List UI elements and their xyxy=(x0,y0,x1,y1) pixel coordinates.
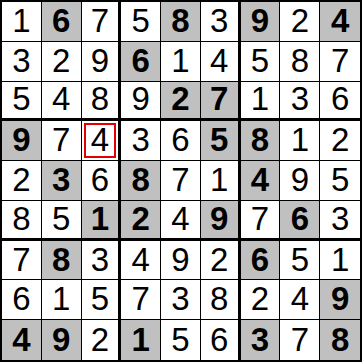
cell-r2c1[interactable]: 3 xyxy=(2,42,42,82)
cell-r4c2[interactable]: 7 xyxy=(42,121,82,161)
cell-digit: 2 xyxy=(251,282,269,315)
cell-r4c9[interactable]: 2 xyxy=(320,121,360,161)
cell-digit: 7 xyxy=(251,202,269,235)
cell-r5c6[interactable]: 1 xyxy=(201,161,241,201)
cell-r6c1[interactable]: 8 xyxy=(2,201,42,241)
cell-r9c2[interactable]: 9 xyxy=(42,320,82,360)
cell-digit: 6 xyxy=(91,163,109,196)
cell-r9c9[interactable]: 8 xyxy=(320,320,360,360)
cell-digit: 7 xyxy=(210,82,228,115)
cell-r5c4[interactable]: 8 xyxy=(121,161,161,201)
cell-digit: 8 xyxy=(331,323,349,356)
cell-digit: 1 xyxy=(331,243,349,276)
cell-digit: 7 xyxy=(132,282,150,315)
cell-r6c5[interactable]: 4 xyxy=(161,201,201,241)
cell-digit: 3 xyxy=(171,282,189,315)
cell-digit: 1 xyxy=(291,123,309,156)
cell-digit: 2 xyxy=(52,44,70,77)
cell-r5c9[interactable]: 5 xyxy=(320,161,360,201)
cell-digit: 3 xyxy=(291,82,309,115)
cell-r9c5[interactable]: 5 xyxy=(161,320,201,360)
cell-r6c3[interactable]: 1 xyxy=(82,201,122,241)
cell-digit: 6 xyxy=(52,4,70,37)
cell-digit: 1 xyxy=(210,163,228,196)
cell-digit: 5 xyxy=(331,163,349,196)
cell-r3c9[interactable]: 6 xyxy=(320,82,360,122)
cell-r1c5[interactable]: 8 xyxy=(161,2,201,42)
cell-r8c3[interactable]: 5 xyxy=(82,280,122,320)
cell-r3c2[interactable]: 4 xyxy=(42,82,82,122)
cell-digit: 5 xyxy=(52,202,70,235)
cell-digit: 5 xyxy=(210,123,228,156)
cell-digit: 9 xyxy=(91,44,109,77)
cell-digit: 8 xyxy=(91,82,109,115)
cell-digit: 4 xyxy=(171,202,189,235)
cell-r7c3[interactable]: 3 xyxy=(82,241,122,281)
cell-r8c8[interactable]: 4 xyxy=(280,280,320,320)
cell-r9c8[interactable]: 7 xyxy=(280,320,320,360)
cell-r3c5[interactable]: 2 xyxy=(161,82,201,122)
cell-r6c7[interactable]: 7 xyxy=(241,201,281,241)
cell-digit: 1 xyxy=(91,202,109,235)
cell-digit: 7 xyxy=(52,123,70,156)
cell-r8c4[interactable]: 7 xyxy=(121,280,161,320)
cell-r6c4[interactable]: 2 xyxy=(121,201,161,241)
cell-digit: 2 xyxy=(291,4,309,37)
cell-digit: 5 xyxy=(171,323,189,356)
cell-r8c5[interactable]: 3 xyxy=(161,280,201,320)
cell-digit: 8 xyxy=(12,202,30,235)
cell-digit: 3 xyxy=(91,243,109,276)
cell-digit: 9 xyxy=(52,323,70,356)
cell-digit: 9 xyxy=(251,4,269,37)
cell-digit: 5 xyxy=(251,44,269,77)
cell-r3c6[interactable]: 7 xyxy=(201,82,241,122)
cell-r9c4[interactable]: 1 xyxy=(121,320,161,360)
cell-r9c6[interactable]: 6 xyxy=(201,320,241,360)
cell-digit: 3 xyxy=(210,4,228,37)
cell-digit: 1 xyxy=(171,44,189,77)
cell-digit: 9 xyxy=(331,282,349,315)
cell-r4c7[interactable]: 8 xyxy=(241,121,281,161)
cell-r1c4[interactable]: 5 xyxy=(121,2,161,42)
cell-digit: 3 xyxy=(52,163,70,196)
cell-digit: 6 xyxy=(291,202,309,235)
cell-digit: 3 xyxy=(12,44,30,77)
cell-r9c3[interactable]: 2 xyxy=(82,320,122,360)
cell-digit: 6 xyxy=(331,82,349,115)
cell-r1c7[interactable]: 9 xyxy=(241,2,281,42)
cell-digit: 5 xyxy=(91,282,109,315)
cell-r1c1[interactable]: 1 xyxy=(2,2,42,42)
cell-digit: 4 xyxy=(132,243,150,276)
cell-digit: 8 xyxy=(210,282,228,315)
cell-r3c4[interactable]: 9 xyxy=(121,82,161,122)
cell-r4c8[interactable]: 1 xyxy=(280,121,320,161)
cell-r8c2[interactable]: 1 xyxy=(42,280,82,320)
cell-digit: 1 xyxy=(132,323,150,356)
cell-digit: 7 xyxy=(12,243,30,276)
cell-r7c9[interactable]: 1 xyxy=(320,241,360,281)
cell-digit: 7 xyxy=(291,323,309,356)
cell-r3c1[interactable]: 5 xyxy=(2,82,42,122)
cell-r4c5[interactable]: 6 xyxy=(161,121,201,161)
cell-r2c6[interactable]: 4 xyxy=(201,42,241,82)
cell-r2c9[interactable]: 7 xyxy=(320,42,360,82)
cell-r1c2[interactable]: 6 xyxy=(42,2,82,42)
cell-digit: 6 xyxy=(12,282,30,315)
cell-r8c9[interactable]: 9 xyxy=(320,280,360,320)
cell-r7c1[interactable]: 7 xyxy=(2,241,42,281)
cell-r2c8[interactable]: 8 xyxy=(280,42,320,82)
cell-r9c1[interactable]: 4 xyxy=(2,320,42,360)
cell-r3c8[interactable]: 3 xyxy=(280,82,320,122)
cell-digit: 7 xyxy=(91,4,109,37)
cell-r8c7[interactable]: 2 xyxy=(241,280,281,320)
cell-digit: 5 xyxy=(291,243,309,276)
cell-digit: 5 xyxy=(132,4,150,37)
cell-digit: 8 xyxy=(251,123,269,156)
cell-digit: 9 xyxy=(171,243,189,276)
cell-digit: 8 xyxy=(132,163,150,196)
cell-r6c8[interactable]: 6 xyxy=(280,201,320,241)
cell-r2c4[interactable]: 6 xyxy=(121,42,161,82)
cell-digit: 8 xyxy=(171,4,189,37)
cell-r1c3[interactable]: 7 xyxy=(82,2,122,42)
cell-r5c2[interactable]: 3 xyxy=(42,161,82,201)
cell-r1c6[interactable]: 3 xyxy=(201,2,241,42)
cell-digit: 4 xyxy=(251,163,269,196)
cell-r5c1[interactable]: 2 xyxy=(2,161,42,201)
cell-digit: 5 xyxy=(12,82,30,115)
cell-digit: 9 xyxy=(291,163,309,196)
cell-digit: 6 xyxy=(171,123,189,156)
cell-digit: 2 xyxy=(132,202,150,235)
cell-digit: 6 xyxy=(251,243,269,276)
cell-r6c2[interactable]: 5 xyxy=(42,201,82,241)
cell-r2c3[interactable]: 9 xyxy=(82,42,122,82)
cell-r8c6[interactable]: 8 xyxy=(201,280,241,320)
cell-digit: 8 xyxy=(291,44,309,77)
cell-digit: 2 xyxy=(12,163,30,196)
cell-r9c7[interactable]: 3 xyxy=(241,320,281,360)
cell-r7c8[interactable]: 5 xyxy=(280,241,320,281)
cell-r4c3[interactable]: 4 xyxy=(82,121,122,161)
cell-r5c5[interactable]: 7 xyxy=(161,161,201,201)
cell-digit: 4 xyxy=(12,323,30,356)
cell-r6c6[interactable]: 9 xyxy=(201,201,241,241)
cell-r3c3[interactable]: 8 xyxy=(82,82,122,122)
cell-digit: 2 xyxy=(210,243,228,276)
cell-digit: 9 xyxy=(12,123,30,156)
cell-r4c4[interactable]: 3 xyxy=(121,121,161,161)
cell-digit: 1 xyxy=(12,4,30,37)
cell-r2c2[interactable]: 2 xyxy=(42,42,82,82)
cell-digit: 9 xyxy=(210,202,228,235)
cell-digit: 3 xyxy=(251,323,269,356)
cell-r4c1[interactable]: 9 xyxy=(2,121,42,161)
cell-r5c3[interactable]: 6 xyxy=(82,161,122,201)
cell-r1c9[interactable]: 4 xyxy=(320,2,360,42)
cell-digit: 3 xyxy=(331,202,349,235)
cell-digit: 2 xyxy=(171,82,189,115)
cell-digit: 2 xyxy=(331,123,349,156)
cell-digit: 6 xyxy=(210,323,228,356)
cell-digit: 9 xyxy=(132,82,150,115)
cell-digit: 7 xyxy=(171,163,189,196)
cell-r1c8[interactable]: 2 xyxy=(280,2,320,42)
cell-r2c5[interactable]: 1 xyxy=(161,42,201,82)
cell-digit: 4 xyxy=(331,4,349,37)
cell-digit: 4 xyxy=(52,82,70,115)
sudoku-board: 1675839243296145875489271369743658122368… xyxy=(0,0,362,362)
cell-r8c1[interactable]: 6 xyxy=(2,280,42,320)
cell-digit: 7 xyxy=(331,44,349,77)
cell-r5c8[interactable]: 9 xyxy=(280,161,320,201)
cell-digit: 1 xyxy=(52,282,70,315)
cell-digit: 6 xyxy=(132,44,150,77)
cell-r7c5[interactable]: 9 xyxy=(161,241,201,281)
cell-r4c6[interactable]: 5 xyxy=(201,121,241,161)
cell-r7c4[interactable]: 4 xyxy=(121,241,161,281)
cell-digit: 2 xyxy=(91,323,109,356)
cell-r5c7[interactable]: 4 xyxy=(241,161,281,201)
cell-r3c7[interactable]: 1 xyxy=(241,82,281,122)
cell-r7c2[interactable]: 8 xyxy=(42,241,82,281)
cell-digit: 4 xyxy=(291,282,309,315)
cell-digit: 1 xyxy=(251,82,269,115)
cell-digit: 8 xyxy=(52,243,70,276)
cell-digit: 3 xyxy=(132,123,150,156)
selection-ring xyxy=(84,123,117,158)
cell-r2c7[interactable]: 5 xyxy=(241,42,281,82)
cell-r7c6[interactable]: 2 xyxy=(201,241,241,281)
cell-digit: 4 xyxy=(91,123,109,156)
cell-digit: 4 xyxy=(210,44,228,77)
cell-r7c7[interactable]: 6 xyxy=(241,241,281,281)
cell-r6c9[interactable]: 3 xyxy=(320,201,360,241)
